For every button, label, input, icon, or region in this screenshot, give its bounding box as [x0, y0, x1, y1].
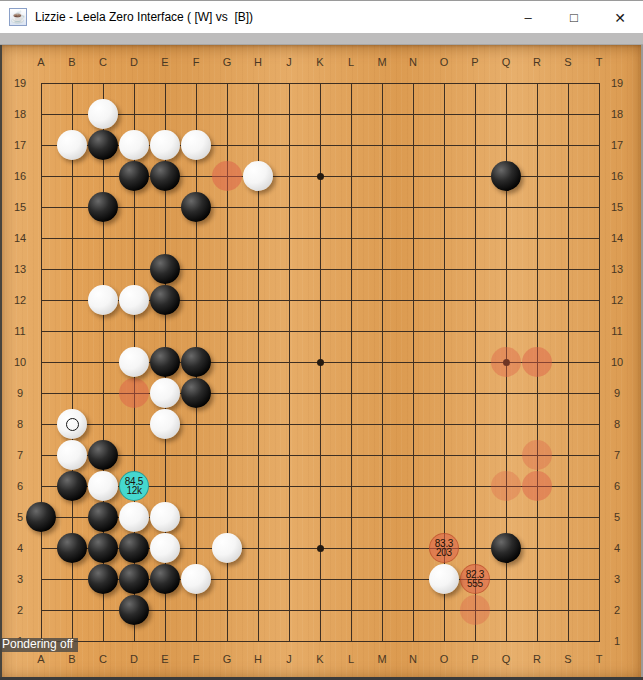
- white-stone: ○: [88, 471, 118, 501]
- row-label-left: 2: [17, 604, 23, 616]
- candidate-move-faint[interactable]: [212, 161, 242, 191]
- grid-line-vertical: [599, 83, 600, 642]
- black-stone: ●: [491, 161, 521, 191]
- row-label-right: 12: [611, 294, 623, 306]
- black-stone: ●: [119, 595, 149, 625]
- row-label-right: 10: [611, 356, 623, 368]
- row-label-right: 18: [611, 108, 623, 120]
- white-stone: ○: [212, 533, 242, 563]
- column-label-bottom: E: [161, 653, 168, 665]
- black-stone: ●: [26, 502, 56, 532]
- black-stone: ●: [57, 471, 87, 501]
- row-label-left: 9: [17, 387, 23, 399]
- window-controls: – □ ✕: [505, 1, 643, 34]
- white-stone: ○: [119, 130, 149, 160]
- column-label-top: P: [471, 56, 478, 68]
- white-stone: ○: [150, 130, 180, 160]
- column-label-top: R: [533, 56, 541, 68]
- column-label-top: F: [193, 56, 200, 68]
- column-label-bottom: O: [440, 653, 449, 665]
- star-point: [317, 359, 324, 366]
- column-label-top: B: [68, 56, 75, 68]
- candidate-move-faint[interactable]: [460, 595, 490, 625]
- black-stone: ●: [119, 161, 149, 191]
- row-label-right: 5: [614, 511, 620, 523]
- window-title: Lizzie - Leela Zero Interface ( [W] vs […: [35, 10, 253, 24]
- row-label-left: 16: [14, 170, 26, 182]
- white-stone: ○: [429, 564, 459, 594]
- maximize-button[interactable]: □: [551, 1, 597, 34]
- black-stone: ●: [491, 533, 521, 563]
- column-label-bottom: Q: [502, 653, 511, 665]
- white-stone: ○: [181, 130, 211, 160]
- column-label-top: D: [130, 56, 138, 68]
- candidate-move-faint[interactable]: [522, 440, 552, 470]
- column-label-top: K: [316, 56, 323, 68]
- white-stone: ○: [119, 502, 149, 532]
- row-label-right: 11: [611, 325, 622, 337]
- column-label-bottom: S: [564, 653, 571, 665]
- row-label-right: 9: [614, 387, 620, 399]
- row-label-right: 1: [614, 635, 620, 647]
- white-stone: ○: [119, 347, 149, 377]
- row-label-left: 18: [14, 108, 26, 120]
- column-label-top: A: [37, 56, 44, 68]
- column-label-bottom: A: [37, 653, 44, 665]
- black-stone: ●: [181, 378, 211, 408]
- row-label-right: 14: [611, 232, 623, 244]
- row-label-right: 15: [611, 201, 623, 213]
- column-label-bottom: H: [254, 653, 262, 665]
- column-label-bottom: T: [596, 653, 603, 665]
- row-label-right: 13: [611, 263, 623, 275]
- go-board[interactable]: AABBCCDDEEFFGGHHJJKKLLMMNNOOPPQQRRSSTT19…: [0, 45, 643, 680]
- black-stone: ●: [88, 533, 118, 563]
- grid-line-horizontal: [41, 424, 600, 425]
- column-label-top: E: [161, 56, 168, 68]
- row-label-left: 3: [17, 573, 23, 585]
- row-label-left: 4: [17, 542, 23, 554]
- white-stone: ○: [88, 285, 118, 315]
- candidate-move-faint[interactable]: [522, 347, 552, 377]
- column-label-top: S: [564, 56, 571, 68]
- title-bar: ☕ Lizzie - Leela Zero Interface ( [W] vs…: [0, 0, 643, 33]
- column-label-top: J: [286, 56, 292, 68]
- column-label-top: T: [596, 56, 603, 68]
- row-label-left: 15: [14, 201, 26, 213]
- row-label-right: 16: [611, 170, 623, 182]
- white-stone: ○: [150, 502, 180, 532]
- last-move-marker: [66, 418, 79, 431]
- black-stone: ●: [88, 440, 118, 470]
- black-stone: ●: [88, 192, 118, 222]
- black-stone: ●: [119, 564, 149, 594]
- column-label-bottom: B: [68, 653, 75, 665]
- lizzie-window: ☕ Lizzie - Leela Zero Interface ( [W] vs…: [0, 0, 643, 680]
- candidate-move-faint[interactable]: [491, 471, 521, 501]
- black-stone: ●: [119, 533, 149, 563]
- star-point: [317, 173, 324, 180]
- white-stone: ○: [150, 378, 180, 408]
- column-label-bottom: N: [409, 653, 417, 665]
- row-label-left: 10: [14, 356, 26, 368]
- black-stone: ●: [150, 254, 180, 284]
- white-stone: ○: [150, 533, 180, 563]
- row-label-left: 19: [14, 77, 26, 89]
- white-stone: ○: [243, 161, 273, 191]
- column-label-bottom: K: [316, 653, 323, 665]
- column-label-top: L: [348, 56, 354, 68]
- white-stone: ○: [88, 99, 118, 129]
- best-move-suggestion[interactable]: 84.512k: [119, 471, 149, 501]
- column-label-bottom: F: [193, 653, 200, 665]
- grid-line-vertical: [382, 83, 383, 642]
- row-label-right: 4: [614, 542, 620, 554]
- column-label-top: C: [99, 56, 107, 68]
- column-label-top: M: [377, 56, 386, 68]
- column-label-bottom: G: [223, 653, 232, 665]
- row-label-left: 13: [14, 263, 26, 275]
- black-stone: ●: [88, 502, 118, 532]
- candidate-move-faint[interactable]: [119, 378, 149, 408]
- visits-value: 12k: [126, 486, 141, 496]
- row-label-left: 14: [14, 232, 26, 244]
- row-label-left: 6: [17, 480, 23, 492]
- column-label-top: H: [254, 56, 262, 68]
- window-edge-left: [0, 45, 2, 680]
- row-label-right: 2: [614, 604, 620, 616]
- black-stone: ●: [88, 130, 118, 160]
- visits-value: 555: [467, 579, 483, 589]
- row-label-right: 7: [614, 449, 620, 461]
- row-label-right: 17: [611, 139, 623, 151]
- black-stone: ●: [150, 347, 180, 377]
- candidate-move-faint[interactable]: [491, 347, 521, 377]
- star-point: [317, 545, 324, 552]
- column-label-bottom: M: [377, 653, 386, 665]
- candidate-move[interactable]: 83.3203: [429, 533, 459, 563]
- column-label-top: Q: [502, 56, 511, 68]
- toolbar-strip: [0, 33, 643, 45]
- java-icon: ☕: [9, 8, 27, 26]
- grid-line-horizontal: [41, 455, 600, 456]
- column-label-top: N: [409, 56, 417, 68]
- row-label-left: 7: [17, 449, 23, 461]
- close-button[interactable]: ✕: [597, 1, 643, 34]
- row-label-left: 12: [14, 294, 26, 306]
- column-label-bottom: P: [471, 653, 478, 665]
- column-label-bottom: J: [286, 653, 292, 665]
- row-label-right: 6: [614, 480, 620, 492]
- column-label-bottom: C: [99, 653, 107, 665]
- row-label-left: 11: [14, 325, 25, 337]
- black-stone: ●: [181, 192, 211, 222]
- candidate-move-faint[interactable]: [522, 471, 552, 501]
- black-stone: ●: [150, 285, 180, 315]
- pondering-status: Pondering off: [0, 638, 78, 652]
- column-label-bottom: R: [533, 653, 541, 665]
- row-label-left: 8: [17, 418, 23, 430]
- column-label-bottom: D: [130, 653, 138, 665]
- row-label-left: 5: [17, 511, 23, 523]
- grid-line-horizontal: [41, 641, 600, 642]
- row-label-right: 19: [611, 77, 623, 89]
- minimize-button[interactable]: –: [505, 1, 551, 34]
- grid-line-vertical: [413, 83, 414, 642]
- black-stone: ●: [150, 161, 180, 191]
- white-stone: ○: [119, 285, 149, 315]
- row-label-left: 17: [14, 139, 26, 151]
- black-stone: ●: [57, 533, 87, 563]
- black-stone: ●: [150, 564, 180, 594]
- visits-value: 203: [436, 548, 452, 558]
- black-stone: ●: [181, 347, 211, 377]
- row-label-right: 3: [614, 573, 620, 585]
- column-label-top: G: [223, 56, 232, 68]
- white-stone: ○: [57, 130, 87, 160]
- candidate-move[interactable]: 82.3555: [460, 564, 490, 594]
- grid-line-vertical: [568, 83, 569, 642]
- white-stone: ○: [57, 440, 87, 470]
- column-label-top: O: [440, 56, 449, 68]
- white-stone: ○: [181, 564, 211, 594]
- grid-line-vertical: [351, 83, 352, 642]
- white-stone: ○: [150, 409, 180, 439]
- grid-line-vertical: [475, 83, 476, 642]
- row-label-right: 8: [614, 418, 620, 430]
- black-stone: ●: [88, 564, 118, 594]
- column-label-bottom: L: [348, 653, 354, 665]
